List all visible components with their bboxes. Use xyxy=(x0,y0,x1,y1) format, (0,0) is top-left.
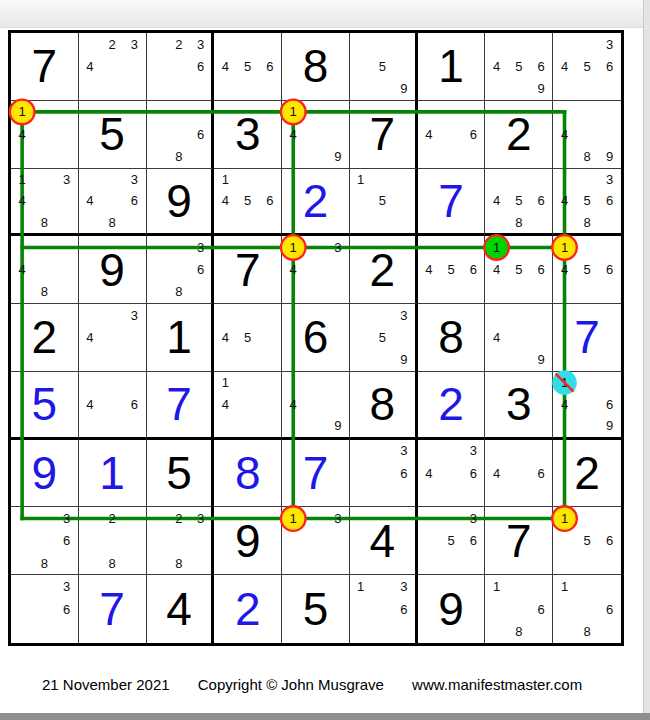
candidate-empty xyxy=(350,620,372,643)
candidate-empty xyxy=(282,372,304,394)
candidate-empty xyxy=(190,78,212,100)
pencil-marks: 34 xyxy=(79,304,146,371)
candidate-empty xyxy=(147,101,169,123)
cell-r4c4[interactable]: 7 xyxy=(214,236,282,304)
candidate-empty xyxy=(168,236,190,258)
candidate-empty xyxy=(304,415,326,437)
cell-r6c8[interactable]: 3 xyxy=(485,372,553,440)
footer-copyright: Copyright © John Musgrave xyxy=(198,676,384,693)
candidate-6: 6 xyxy=(598,530,621,552)
candidate-empty xyxy=(259,169,281,191)
candidate-1: 1 xyxy=(282,101,304,123)
candidate-empty xyxy=(553,169,576,191)
candidate-3: 3 xyxy=(123,33,145,55)
candidate-empty xyxy=(237,212,259,234)
cell-r9c9[interactable]: 168 xyxy=(553,575,621,643)
cell-r5c4[interactable]: 45 xyxy=(214,304,282,372)
cell-r5c8[interactable]: 49 xyxy=(485,304,553,372)
candidate-empty xyxy=(440,123,462,145)
candidate-1: 1 xyxy=(11,169,33,191)
candidate-empty xyxy=(440,101,462,123)
cell-r6c2[interactable]: 46 xyxy=(79,372,147,440)
cell-r7c5[interactable]: 7 xyxy=(282,440,350,508)
candidate-empty xyxy=(123,349,145,371)
cell-r4c3[interactable]: 368 xyxy=(147,236,215,304)
candidate-empty xyxy=(101,190,123,212)
pencil-marks: 4568 xyxy=(485,169,552,234)
cell-r6c5[interactable]: 49 xyxy=(282,372,350,440)
candidate-empty xyxy=(598,78,621,100)
candidate-empty xyxy=(11,620,33,643)
candidate-9: 9 xyxy=(327,415,349,437)
cell-r4c6[interactable]: 2 xyxy=(350,236,418,304)
cell-r6c3[interactable]: 7 xyxy=(147,372,215,440)
candidate-empty xyxy=(553,78,576,100)
candidate-empty xyxy=(350,440,372,462)
candidate-2: 2 xyxy=(168,33,190,55)
candidate-4: 4 xyxy=(553,55,576,77)
candidate-empty xyxy=(304,281,326,303)
candidate-1: 1 xyxy=(214,169,236,191)
cell-r6c9[interactable]: 1469 xyxy=(553,372,621,440)
cell-r4c9[interactable]: 1456 xyxy=(553,236,621,304)
candidate-empty xyxy=(304,507,326,529)
pencil-marks: 368 xyxy=(147,236,212,303)
candidate-4: 4 xyxy=(79,55,101,77)
candidate-empty xyxy=(123,326,145,348)
candidate-empty xyxy=(214,349,236,371)
candidate-4: 4 xyxy=(79,393,101,415)
candidate-5: 5 xyxy=(371,326,393,348)
candidate-empty xyxy=(190,281,212,303)
cell-r1c9[interactable]: 3456 xyxy=(553,33,621,101)
candidate-empty xyxy=(553,101,576,123)
cell-r9c5[interactable]: 5 xyxy=(282,575,350,643)
candidate-5: 5 xyxy=(371,190,393,212)
cell-r2c1[interactable]: 14 xyxy=(11,101,79,169)
candidate-empty xyxy=(350,326,372,348)
candidate-empty xyxy=(371,598,393,621)
cell-r5c9[interactable]: 7 xyxy=(553,304,621,372)
candidate-empty xyxy=(282,415,304,437)
candidate-6: 6 xyxy=(530,598,552,621)
solved-digit: 7 xyxy=(166,381,192,427)
candidate-1: 1 xyxy=(214,372,236,394)
pencil-marks: 456 xyxy=(214,33,281,100)
cell-r7c1[interactable]: 9 xyxy=(11,440,79,508)
candidate-empty xyxy=(576,598,599,621)
candidate-6: 6 xyxy=(190,123,212,145)
pencil-marks: 136 xyxy=(350,575,415,643)
candidate-empty xyxy=(147,281,169,303)
candidate-empty xyxy=(11,212,33,234)
cell-r8c5[interactable]: 13 xyxy=(282,507,350,575)
cell-r9c7[interactable]: 9 xyxy=(418,575,486,643)
candidate-empty xyxy=(33,123,55,145)
given-digit: 5 xyxy=(166,450,192,496)
candidate-1: 1 xyxy=(282,507,304,529)
candidate-empty xyxy=(598,507,621,529)
candidate-5: 5 xyxy=(237,190,259,212)
candidate-empty xyxy=(123,552,145,574)
cell-r8c6[interactable]: 4 xyxy=(350,507,418,575)
candidate-1: 1 xyxy=(282,236,304,258)
candidate-8: 8 xyxy=(168,145,190,167)
candidate-4: 4 xyxy=(214,393,236,415)
solved-digit: 7 xyxy=(438,178,464,224)
candidate-empty xyxy=(462,484,484,506)
candidate-empty xyxy=(168,55,190,77)
candidate-3: 3 xyxy=(598,169,621,191)
candidate-6: 6 xyxy=(190,55,212,77)
candidate-8: 8 xyxy=(168,552,190,574)
candidate-empty xyxy=(530,440,552,462)
cell-r4c1[interactable]: 48 xyxy=(11,236,79,304)
candidate-empty xyxy=(147,259,169,281)
candidate-empty xyxy=(123,212,145,234)
candidate-6: 6 xyxy=(598,393,621,415)
candidate-empty xyxy=(485,598,507,621)
candidate-empty xyxy=(371,212,393,234)
candidate-empty xyxy=(101,55,123,77)
candidate-3: 3 xyxy=(393,304,415,326)
candidate-empty xyxy=(214,78,236,100)
cell-r9c8[interactable]: 168 xyxy=(485,575,553,643)
candidate-empty xyxy=(371,575,393,598)
pencil-marks: 1456 xyxy=(214,169,281,234)
candidate-8: 8 xyxy=(101,212,123,234)
candidate-empty xyxy=(33,620,55,643)
cell-r2c6[interactable]: 7 xyxy=(350,101,418,169)
cell-r7c6[interactable]: 36 xyxy=(350,440,418,508)
candidate-5: 5 xyxy=(371,55,393,77)
candidate-empty xyxy=(327,123,349,145)
cell-r4c8[interactable]: 1456 xyxy=(485,236,553,304)
candidate-4: 4 xyxy=(485,462,507,484)
candidate-empty xyxy=(440,281,462,303)
candidate-4: 4 xyxy=(553,190,576,212)
candidate-empty xyxy=(418,145,440,167)
candidate-empty xyxy=(598,123,621,145)
cell-r2c7[interactable]: 46 xyxy=(418,101,486,169)
candidate-empty xyxy=(350,212,372,234)
given-digit: 2 xyxy=(32,314,58,360)
candidate-empty xyxy=(418,530,440,552)
pencil-marks: 359 xyxy=(350,304,415,371)
cell-r8c7[interactable]: 356 xyxy=(418,507,486,575)
solved-digit: 2 xyxy=(235,586,261,632)
cell-r5c2[interactable]: 34 xyxy=(79,304,147,372)
cell-r3c2[interactable]: 3468 xyxy=(79,169,147,237)
cell-r5c3[interactable]: 1 xyxy=(147,304,215,372)
candidate-1: 1 xyxy=(485,575,507,598)
candidate-empty xyxy=(576,372,599,394)
candidate-empty xyxy=(530,620,552,643)
candidate-empty xyxy=(462,552,484,574)
pencil-marks: 134 xyxy=(282,236,349,303)
cell-r5c7[interactable]: 8 xyxy=(418,304,486,372)
candidate-8: 8 xyxy=(576,620,599,643)
candidate-empty xyxy=(101,304,123,326)
candidate-6: 6 xyxy=(123,393,145,415)
candidate-1: 1 xyxy=(553,507,576,529)
cell-r9c3[interactable]: 4 xyxy=(147,575,215,643)
cell-r9c2[interactable]: 7 xyxy=(79,575,147,643)
candidate-empty xyxy=(576,507,599,529)
candidate-8: 8 xyxy=(508,620,530,643)
candidate-empty xyxy=(485,169,507,191)
candidate-empty xyxy=(168,101,190,123)
candidate-empty xyxy=(33,169,55,191)
candidate-6: 6 xyxy=(530,55,552,77)
candidate-5: 5 xyxy=(237,55,259,77)
candidate-empty xyxy=(508,575,530,598)
given-digit: 4 xyxy=(166,586,192,632)
pencil-marks: 4569 xyxy=(485,33,552,100)
cell-r6c6[interactable]: 8 xyxy=(350,372,418,440)
pencil-marks: 1456 xyxy=(485,236,552,303)
candidate-empty xyxy=(304,145,326,167)
cell-r8c2[interactable]: 28 xyxy=(79,507,147,575)
candidate-empty xyxy=(485,212,507,234)
cell-r7c2[interactable]: 1 xyxy=(79,440,147,508)
candidate-6: 6 xyxy=(462,462,484,484)
cell-r2c5[interactable]: 149 xyxy=(282,101,350,169)
cell-r1c6[interactable]: 59 xyxy=(350,33,418,101)
cell-r1c2[interactable]: 234 xyxy=(79,33,147,101)
candidate-4: 4 xyxy=(79,190,101,212)
candidate-empty xyxy=(350,190,372,212)
candidate-empty xyxy=(33,530,55,552)
candidate-empty xyxy=(553,598,576,621)
sudoku-board: 7234236456859145693456145683149746248913… xyxy=(8,30,624,646)
cell-r2c8[interactable]: 2 xyxy=(485,101,553,169)
candidate-empty xyxy=(598,372,621,394)
candidate-empty xyxy=(123,415,145,437)
candidate-3: 3 xyxy=(123,304,145,326)
pencil-marks: 149 xyxy=(282,101,349,168)
pencil-marks: 3456 xyxy=(553,33,621,100)
cell-r4c2[interactable]: 9 xyxy=(79,236,147,304)
candidate-empty xyxy=(440,462,462,484)
cell-r8c8[interactable]: 7 xyxy=(485,507,553,575)
cell-r7c7[interactable]: 346 xyxy=(418,440,486,508)
candidate-empty xyxy=(11,598,33,621)
candidate-empty xyxy=(304,101,326,123)
cell-r8c4[interactable]: 9 xyxy=(214,507,282,575)
cell-r2c9[interactable]: 489 xyxy=(553,101,621,169)
candidate-6: 6 xyxy=(462,123,484,145)
candidate-empty xyxy=(440,236,462,258)
pencil-marks: 46 xyxy=(485,440,552,507)
cell-r8c9[interactable]: 156 xyxy=(553,507,621,575)
cell-r8c3[interactable]: 238 xyxy=(147,507,215,575)
candidate-8: 8 xyxy=(33,552,55,574)
cell-r8c1[interactable]: 368 xyxy=(11,507,79,575)
solved-digit: 7 xyxy=(99,586,125,632)
pencil-marks: 456 xyxy=(418,236,485,303)
candidate-3: 3 xyxy=(327,507,349,529)
pencil-marks: 15 xyxy=(350,169,415,234)
candidate-empty xyxy=(11,507,33,529)
candidate-empty xyxy=(33,145,55,167)
candidate-empty xyxy=(237,169,259,191)
candidate-empty xyxy=(371,33,393,55)
candidate-empty xyxy=(123,78,145,100)
candidate-empty xyxy=(11,530,33,552)
candidate-empty xyxy=(11,281,33,303)
candidate-empty xyxy=(598,552,621,574)
cell-r7c3[interactable]: 5 xyxy=(147,440,215,508)
candidate-5: 5 xyxy=(508,55,530,77)
candidate-empty xyxy=(553,145,576,167)
pencil-marks: 168 xyxy=(553,575,621,643)
candidate-4: 4 xyxy=(282,123,304,145)
cell-r3c9[interactable]: 34568 xyxy=(553,169,621,237)
candidate-3: 3 xyxy=(393,440,415,462)
candidate-8: 8 xyxy=(508,212,530,234)
cell-r5c5[interactable]: 6 xyxy=(282,304,350,372)
candidate-empty xyxy=(462,281,484,303)
candidate-empty xyxy=(462,145,484,167)
pencil-marks: 46 xyxy=(79,372,146,437)
candidate-5: 5 xyxy=(237,326,259,348)
candidate-8: 8 xyxy=(101,552,123,574)
candidate-empty xyxy=(440,145,462,167)
candidate-empty xyxy=(56,101,78,123)
candidate-empty xyxy=(371,304,393,326)
cell-r1c5[interactable]: 8 xyxy=(282,33,350,101)
cell-r1c3[interactable]: 236 xyxy=(147,33,215,101)
cell-r3c7[interactable]: 7 xyxy=(418,169,486,237)
candidate-4: 4 xyxy=(11,190,33,212)
candidate-empty xyxy=(508,598,530,621)
candidate-6: 6 xyxy=(259,55,281,77)
cell-r7c8[interactable]: 46 xyxy=(485,440,553,508)
candidate-empty xyxy=(168,530,190,552)
cell-r3c4[interactable]: 1456 xyxy=(214,169,282,237)
given-digit: 7 xyxy=(32,43,58,89)
cell-r9c4[interactable]: 2 xyxy=(214,575,282,643)
candidate-empty xyxy=(282,552,304,574)
candidate-9: 9 xyxy=(393,349,415,371)
cell-r3c3[interactable]: 9 xyxy=(147,169,215,237)
candidate-empty xyxy=(485,33,507,55)
given-digit: 4 xyxy=(369,518,395,564)
cell-r4c5[interactable]: 134 xyxy=(282,236,350,304)
cell-r1c4[interactable]: 456 xyxy=(214,33,282,101)
candidate-empty xyxy=(553,530,576,552)
candidate-empty xyxy=(371,484,393,506)
candidate-empty xyxy=(259,372,281,394)
candidate-empty xyxy=(56,190,78,212)
candidate-4: 4 xyxy=(485,190,507,212)
candidate-empty xyxy=(147,123,169,145)
candidate-empty xyxy=(393,55,415,77)
candidate-empty xyxy=(576,552,599,574)
candidate-empty xyxy=(327,281,349,303)
candidate-empty xyxy=(214,304,236,326)
cell-r3c8[interactable]: 4568 xyxy=(485,169,553,237)
cell-r2c3[interactable]: 68 xyxy=(147,101,215,169)
pencil-marks: 236 xyxy=(147,33,212,100)
candidate-empty xyxy=(485,304,507,326)
cell-r1c8[interactable]: 4569 xyxy=(485,33,553,101)
candidate-empty xyxy=(259,33,281,55)
candidate-empty xyxy=(282,530,304,552)
candidate-empty xyxy=(508,462,530,484)
cell-r5c1[interactable]: 2 xyxy=(11,304,79,372)
candidate-empty xyxy=(79,552,101,574)
cell-r9c6[interactable]: 136 xyxy=(350,575,418,643)
candidate-3: 3 xyxy=(190,33,212,55)
candidate-empty xyxy=(168,123,190,145)
solved-digit: 5 xyxy=(32,381,58,427)
pencil-marks: 489 xyxy=(553,101,621,168)
cell-r3c1[interactable]: 1348 xyxy=(11,169,79,237)
cell-r2c2[interactable]: 5 xyxy=(79,101,147,169)
candidate-empty xyxy=(214,33,236,55)
candidate-empty xyxy=(190,145,212,167)
candidate-3: 3 xyxy=(190,507,212,529)
footer: 21 November 2021 Copyright © John Musgra… xyxy=(42,676,606,696)
candidate-empty xyxy=(56,123,78,145)
cell-r6c4[interactable]: 14 xyxy=(214,372,282,440)
candidate-9: 9 xyxy=(393,78,415,100)
candidate-empty xyxy=(371,169,393,191)
candidate-empty xyxy=(327,101,349,123)
candidate-empty xyxy=(371,349,393,371)
candidate-9: 9 xyxy=(530,78,552,100)
candidate-empty xyxy=(350,484,372,506)
cell-r1c7[interactable]: 1 xyxy=(418,33,486,101)
candidate-3: 3 xyxy=(123,169,145,191)
cell-r7c9[interactable]: 2 xyxy=(553,440,621,508)
pencil-marks: 14 xyxy=(214,372,281,437)
candidate-empty xyxy=(393,484,415,506)
pencil-marks: 34568 xyxy=(553,169,621,234)
cell-r4c7[interactable]: 456 xyxy=(418,236,486,304)
cell-r6c1[interactable]: 5 xyxy=(11,372,79,440)
cell-r7c4[interactable]: 8 xyxy=(214,440,282,508)
candidate-empty xyxy=(393,33,415,55)
candidate-6: 6 xyxy=(393,462,415,484)
candidate-empty xyxy=(508,78,530,100)
candidate-empty xyxy=(598,212,621,234)
candidate-empty xyxy=(327,372,349,394)
candidate-empty xyxy=(56,236,78,258)
candidate-empty xyxy=(553,552,576,574)
cell-r5c6[interactable]: 359 xyxy=(350,304,418,372)
cell-r9c1[interactable]: 36 xyxy=(11,575,79,643)
cell-r1c1[interactable]: 7 xyxy=(11,33,79,101)
candidate-empty xyxy=(418,507,440,529)
cell-r3c5[interactable]: 2 xyxy=(282,169,350,237)
pencil-marks: 28 xyxy=(79,507,146,574)
cell-r2c4[interactable]: 3 xyxy=(214,101,282,169)
candidate-empty xyxy=(259,326,281,348)
cell-r6c7[interactable]: 2 xyxy=(418,372,486,440)
given-digit: 2 xyxy=(506,111,532,157)
candidate-6: 6 xyxy=(462,530,484,552)
pencil-marks: 368 xyxy=(11,507,78,574)
given-digit: 1 xyxy=(166,314,192,360)
given-digit: 7 xyxy=(369,111,395,157)
cell-r3c6[interactable]: 15 xyxy=(350,169,418,237)
candidate-4: 4 xyxy=(11,123,33,145)
candidate-empty xyxy=(33,190,55,212)
candidate-empty xyxy=(530,169,552,191)
